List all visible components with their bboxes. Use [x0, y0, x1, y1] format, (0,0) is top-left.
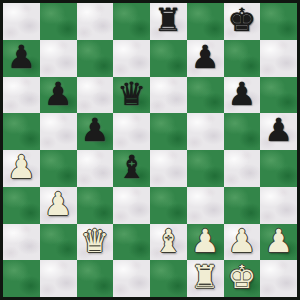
square-h3[interactable] — [260, 187, 297, 224]
square-h4[interactable] — [260, 150, 297, 187]
square-g2[interactable]: ♟ — [224, 224, 261, 261]
square-a6[interactable] — [3, 77, 40, 114]
piece-white-rook[interactable]: ♜ — [191, 260, 220, 296]
square-g1[interactable]: ♚ — [224, 260, 261, 297]
square-h1[interactable] — [260, 260, 297, 297]
square-d7[interactable] — [113, 40, 150, 77]
square-b3[interactable]: ♟ — [40, 187, 77, 224]
square-b7[interactable] — [40, 40, 77, 77]
piece-black-queen[interactable]: ♛ — [117, 77, 146, 113]
square-f8[interactable] — [187, 3, 224, 40]
square-d6[interactable]: ♛ — [113, 77, 150, 114]
square-e7[interactable] — [150, 40, 187, 77]
square-h7[interactable] — [260, 40, 297, 77]
square-g3[interactable] — [224, 187, 261, 224]
square-e4[interactable] — [150, 150, 187, 187]
square-d4[interactable]: ♝ — [113, 150, 150, 187]
piece-black-pawn[interactable]: ♟ — [264, 113, 293, 149]
square-f3[interactable] — [187, 187, 224, 224]
piece-white-king[interactable]: ♚ — [228, 260, 257, 296]
square-e2[interactable]: ♝ — [150, 224, 187, 261]
square-h6[interactable] — [260, 77, 297, 114]
square-f5[interactable] — [187, 113, 224, 150]
square-c4[interactable] — [77, 150, 114, 187]
square-e8[interactable]: ♜ — [150, 3, 187, 40]
square-e6[interactable] — [150, 77, 187, 114]
square-g4[interactable] — [224, 150, 261, 187]
piece-black-pawn[interactable]: ♟ — [81, 113, 110, 149]
piece-white-pawn[interactable]: ♟ — [191, 224, 220, 260]
piece-black-pawn[interactable]: ♟ — [44, 77, 73, 113]
square-c5[interactable]: ♟ — [77, 113, 114, 150]
square-d8[interactable] — [113, 3, 150, 40]
square-b2[interactable] — [40, 224, 77, 261]
square-e3[interactable] — [150, 187, 187, 224]
piece-black-pawn[interactable]: ♟ — [7, 40, 36, 76]
piece-white-queen[interactable]: ♛ — [81, 224, 110, 260]
square-g5[interactable] — [224, 113, 261, 150]
square-b5[interactable] — [40, 113, 77, 150]
piece-white-pawn[interactable]: ♟ — [264, 224, 293, 260]
square-d5[interactable] — [113, 113, 150, 150]
square-a3[interactable] — [3, 187, 40, 224]
piece-black-bishop[interactable]: ♝ — [117, 150, 146, 186]
square-c6[interactable] — [77, 77, 114, 114]
square-f7[interactable]: ♟ — [187, 40, 224, 77]
square-e5[interactable] — [150, 113, 187, 150]
square-b4[interactable] — [40, 150, 77, 187]
square-h5[interactable]: ♟ — [260, 113, 297, 150]
square-d2[interactable] — [113, 224, 150, 261]
piece-black-rook[interactable]: ♜ — [154, 3, 183, 39]
square-a1[interactable] — [3, 260, 40, 297]
square-f2[interactable]: ♟ — [187, 224, 224, 261]
square-d1[interactable] — [113, 260, 150, 297]
square-a5[interactable] — [3, 113, 40, 150]
square-b8[interactable] — [40, 3, 77, 40]
square-d3[interactable] — [113, 187, 150, 224]
piece-white-bishop[interactable]: ♝ — [154, 224, 183, 260]
square-c1[interactable] — [77, 260, 114, 297]
square-a7[interactable]: ♟ — [3, 40, 40, 77]
square-f6[interactable] — [187, 77, 224, 114]
piece-black-king[interactable]: ♚ — [228, 3, 257, 39]
square-g8[interactable]: ♚ — [224, 3, 261, 40]
square-c3[interactable] — [77, 187, 114, 224]
square-f4[interactable] — [187, 150, 224, 187]
piece-white-pawn[interactable]: ♟ — [228, 224, 257, 260]
square-g7[interactable] — [224, 40, 261, 77]
square-f1[interactable]: ♜ — [187, 260, 224, 297]
square-c2[interactable]: ♛ — [77, 224, 114, 261]
square-c7[interactable] — [77, 40, 114, 77]
square-c8[interactable] — [77, 3, 114, 40]
piece-black-pawn[interactable]: ♟ — [228, 77, 257, 113]
square-a8[interactable] — [3, 3, 40, 40]
square-g6[interactable]: ♟ — [224, 77, 261, 114]
chess-board: ♜♚♟♟♟♛♟♟♟♟♝♟♛♝♟♟♟♜♚ — [3, 3, 297, 297]
square-h8[interactable] — [260, 3, 297, 40]
square-a4[interactable]: ♟ — [3, 150, 40, 187]
piece-white-pawn[interactable]: ♟ — [7, 150, 36, 186]
piece-white-pawn[interactable]: ♟ — [44, 187, 73, 223]
square-h2[interactable]: ♟ — [260, 224, 297, 261]
piece-black-pawn[interactable]: ♟ — [191, 40, 220, 76]
square-b6[interactable]: ♟ — [40, 77, 77, 114]
square-e1[interactable] — [150, 260, 187, 297]
chess-board-frame: ♜♚♟♟♟♛♟♟♟♟♝♟♛♝♟♟♟♜♚ — [0, 0, 300, 300]
square-a2[interactable] — [3, 224, 40, 261]
square-b1[interactable] — [40, 260, 77, 297]
